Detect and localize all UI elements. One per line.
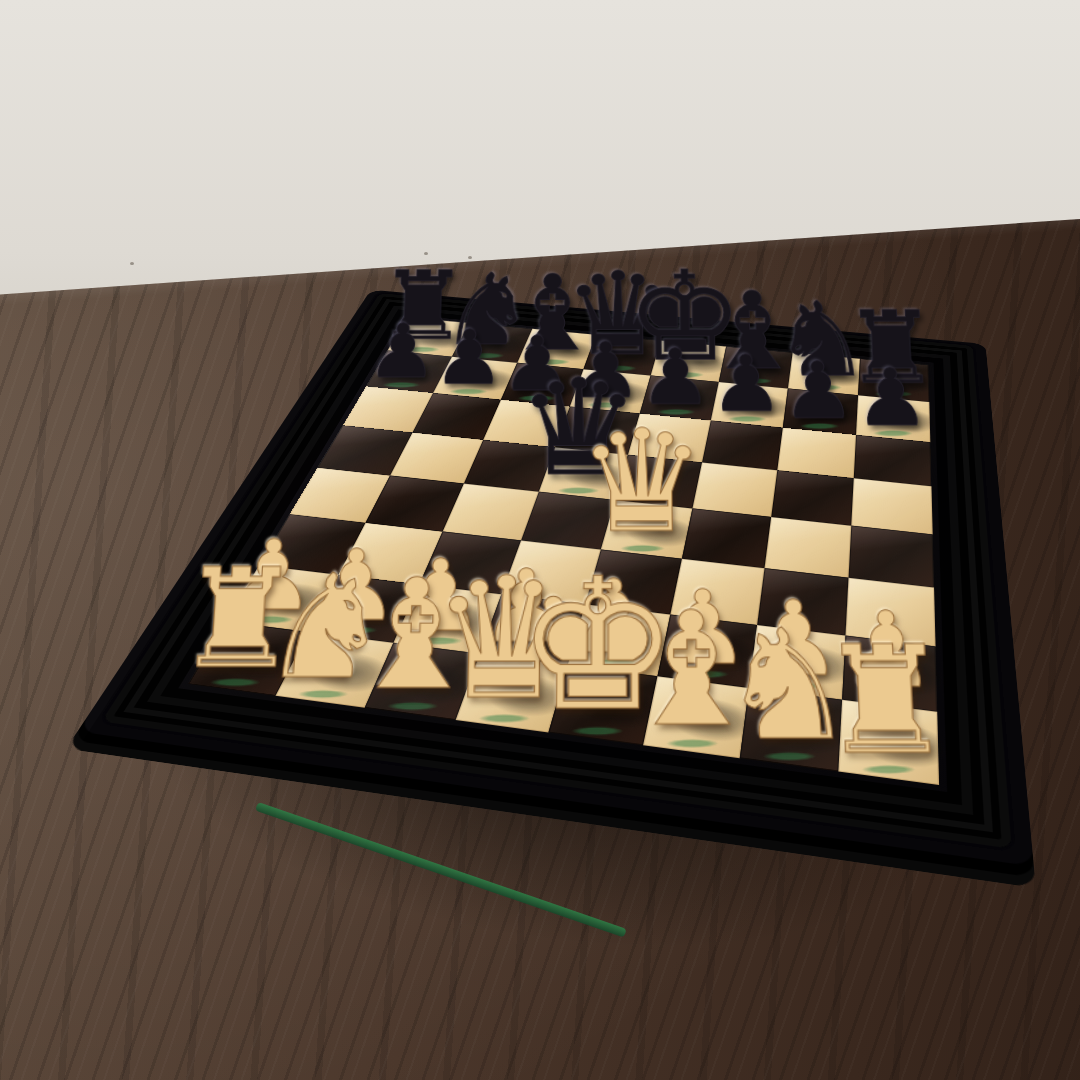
square-h7: ♟ — [856, 395, 930, 442]
square-h4 — [849, 526, 935, 588]
square-g5 — [771, 470, 854, 525]
square-h6 — [854, 435, 932, 486]
white-rook-piece: ♜ — [783, 626, 990, 775]
wall-speck — [130, 262, 134, 265]
square-h5 — [851, 478, 932, 534]
scene: ♜♞♝♛♚♝♞♜♟♟♟♟♟♟♟♟♛♛♟♟♟♟♟♟♟♟♜♞♝♛♚♝♞♜ Overh… — [0, 0, 1080, 1080]
square-h1: ♜ — [838, 700, 939, 785]
square-g4 — [765, 517, 852, 578]
black-pawn-piece: ♟ — [816, 359, 968, 438]
white-queen-piece: ♛ — [559, 412, 727, 554]
square-a5 — [318, 425, 413, 475]
square-a6 — [343, 386, 433, 432]
square-g6 — [777, 428, 856, 479]
